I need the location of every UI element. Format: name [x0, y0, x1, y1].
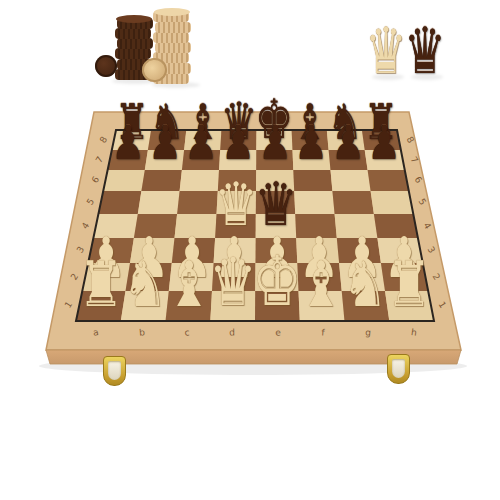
- clasps: [0, 0, 500, 500]
- clasp-right: [387, 354, 410, 384]
- clasp-panel: [392, 359, 405, 378]
- clasp-left: [103, 356, 126, 386]
- product-photo-scene: abcdefgh1122334455667788♜♞♝♛♚♝♞♜♟♟♟♟♟♟♟♟…: [0, 0, 500, 500]
- clasp-panel: [108, 361, 121, 380]
